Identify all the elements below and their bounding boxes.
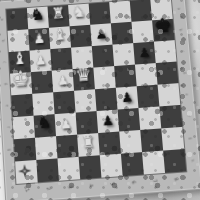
square-d1: ♚ — [10, 72, 32, 95]
piece-white-pawn-c2: ♟ — [34, 53, 46, 67]
square-e4 — [74, 89, 96, 112]
coordinate-label-a: a — [176, 6, 181, 11]
square-e2 — [32, 92, 54, 115]
square-h5 — [100, 154, 123, 178]
board-grid: ♞♜♞♟♝♟♚♝♟♟♚♟♛♟♞♟♟♜ — [6, 0, 186, 184]
square-d7 — [135, 63, 158, 86]
square-b2: ♟ — [28, 28, 50, 51]
piece-white-knight-a4: ♞ — [71, 4, 86, 20]
square-f2: ♞ — [34, 114, 56, 138]
square-a6 — [109, 1, 131, 24]
piece-black-pawn-b5: ♟ — [95, 27, 107, 40]
square-g3 — [56, 135, 79, 159]
coordinate-label-b: b — [1, 38, 6, 43]
coordinate-label-g: g — [188, 136, 193, 141]
square-e8 — [158, 83, 181, 106]
square-a4: ♞ — [68, 4, 90, 27]
coordinate-label-h: h — [8, 169, 13, 174]
coordinate-label-6: 6 — [129, 179, 137, 187]
square-a7 — [130, 0, 152, 22]
square-d8 — [156, 62, 179, 85]
square-a3: ♜ — [47, 5, 69, 28]
square-f5: ♟ — [97, 110, 120, 134]
coordinate-label-e: e — [184, 92, 189, 97]
square-e6: ♟ — [116, 86, 139, 109]
square-g8 — [161, 127, 184, 151]
square-g6 — [119, 130, 142, 154]
coordinate-label-f: f — [186, 114, 191, 119]
coordinate-label-8: 8 — [172, 175, 180, 183]
square-g1 — [14, 138, 36, 162]
square-b3: ♝ — [49, 26, 71, 49]
coordinate-label-d: d — [182, 70, 187, 75]
square-e3 — [53, 91, 75, 114]
coordinate-label-c: c — [180, 49, 185, 54]
square-f7 — [138, 106, 161, 130]
square-b6 — [111, 22, 133, 45]
compass-rose-logo — [17, 163, 32, 178]
square-a8 — [150, 0, 172, 20]
square-e5 — [95, 88, 118, 111]
square-f6 — [117, 108, 140, 132]
square-c6 — [112, 43, 134, 66]
square-a1 — [6, 8, 28, 31]
coordinate-label-5: 5 — [108, 180, 116, 188]
square-f4 — [76, 111, 99, 135]
square-b8: ♚ — [152, 19, 174, 42]
piece-white-bishop-b3: ♝ — [52, 27, 67, 44]
coordinate-label-b: b — [178, 27, 183, 32]
piece-black-pawn-f5: ♟ — [101, 113, 114, 127]
piece-black-pawn-c7: ♟ — [138, 45, 151, 59]
piece-white-bishop-c1: ♝ — [12, 51, 27, 68]
square-c2: ♟ — [30, 49, 52, 72]
square-g4: ♜ — [77, 133, 100, 157]
square-c8 — [154, 40, 177, 63]
square-c4 — [71, 46, 93, 69]
square-h8 — [163, 149, 186, 173]
piece-white-queen-d4: ♛ — [75, 66, 92, 85]
square-f8 — [159, 105, 182, 128]
coordinate-label-4: 4 — [87, 182, 95, 190]
square-g2 — [35, 136, 58, 160]
square-c5 — [92, 45, 114, 68]
square-d5 — [93, 66, 115, 89]
square-h4 — [79, 155, 102, 179]
square-c3 — [50, 48, 72, 71]
coordinate-label-a: a — [0, 17, 4, 22]
square-c1: ♝ — [9, 51, 31, 74]
piece-white-rook-g4: ♜ — [81, 134, 96, 150]
coordinate-label-d: d — [3, 81, 8, 86]
square-c7: ♟ — [133, 42, 156, 65]
square-d6 — [114, 65, 137, 88]
coordinate-label-e: e — [4, 103, 9, 108]
chessboard-photo-scene: ♞♜♞♟♝♟♚♝♟♟♚♟♛♟♞♟♟♜ 12345678abcdefghabcde… — [0, 0, 200, 200]
square-d3: ♟ — [52, 69, 74, 92]
coordinate-label-h: h — [190, 158, 195, 163]
coordinate-label-f: f — [6, 125, 11, 130]
coordinate-label-1: 1 — [23, 186, 31, 194]
coordinate-label-c: c — [2, 60, 7, 65]
square-h7 — [142, 151, 165, 175]
piece-white-pawn-d3: ♟ — [57, 73, 69, 87]
piece-black-knight-f2: ♞ — [37, 114, 52, 131]
square-g7 — [140, 128, 163, 152]
square-g5 — [98, 132, 121, 156]
square-d4: ♛ — [73, 68, 95, 91]
coordinate-label-7: 7 — [151, 177, 159, 185]
square-d2 — [31, 71, 53, 94]
coordinate-label-3: 3 — [66, 183, 74, 191]
piece-black-knight-a2: ♞ — [30, 7, 45, 23]
coordinate-label-2: 2 — [44, 185, 52, 193]
square-h6 — [121, 152, 144, 176]
square-b1 — [8, 29, 30, 52]
square-a2: ♞ — [27, 7, 49, 30]
square-a5 — [89, 2, 111, 25]
vinyl-board: ♞♜♞♟♝♟♚♝♟♟♚♟♛♟♞♟♟♜ 12345678abcdefghabcde… — [0, 0, 200, 200]
square-b4 — [70, 25, 92, 48]
piece-white-pawn-f3: ♟ — [59, 116, 72, 130]
piece-white-pawn-b2: ♟ — [33, 31, 45, 44]
square-e1 — [11, 94, 33, 117]
piece-white-rook-a3: ♜ — [51, 6, 65, 21]
square-b7 — [131, 20, 153, 43]
square-b5: ♟ — [90, 23, 112, 46]
square-h3 — [57, 157, 80, 181]
square-f3: ♟ — [55, 113, 78, 137]
coordinate-label-g: g — [7, 147, 12, 152]
square-e7 — [137, 85, 160, 108]
square-h2 — [36, 158, 59, 182]
square-f1 — [13, 116, 35, 140]
piece-black-pawn-e6: ♟ — [121, 90, 134, 104]
